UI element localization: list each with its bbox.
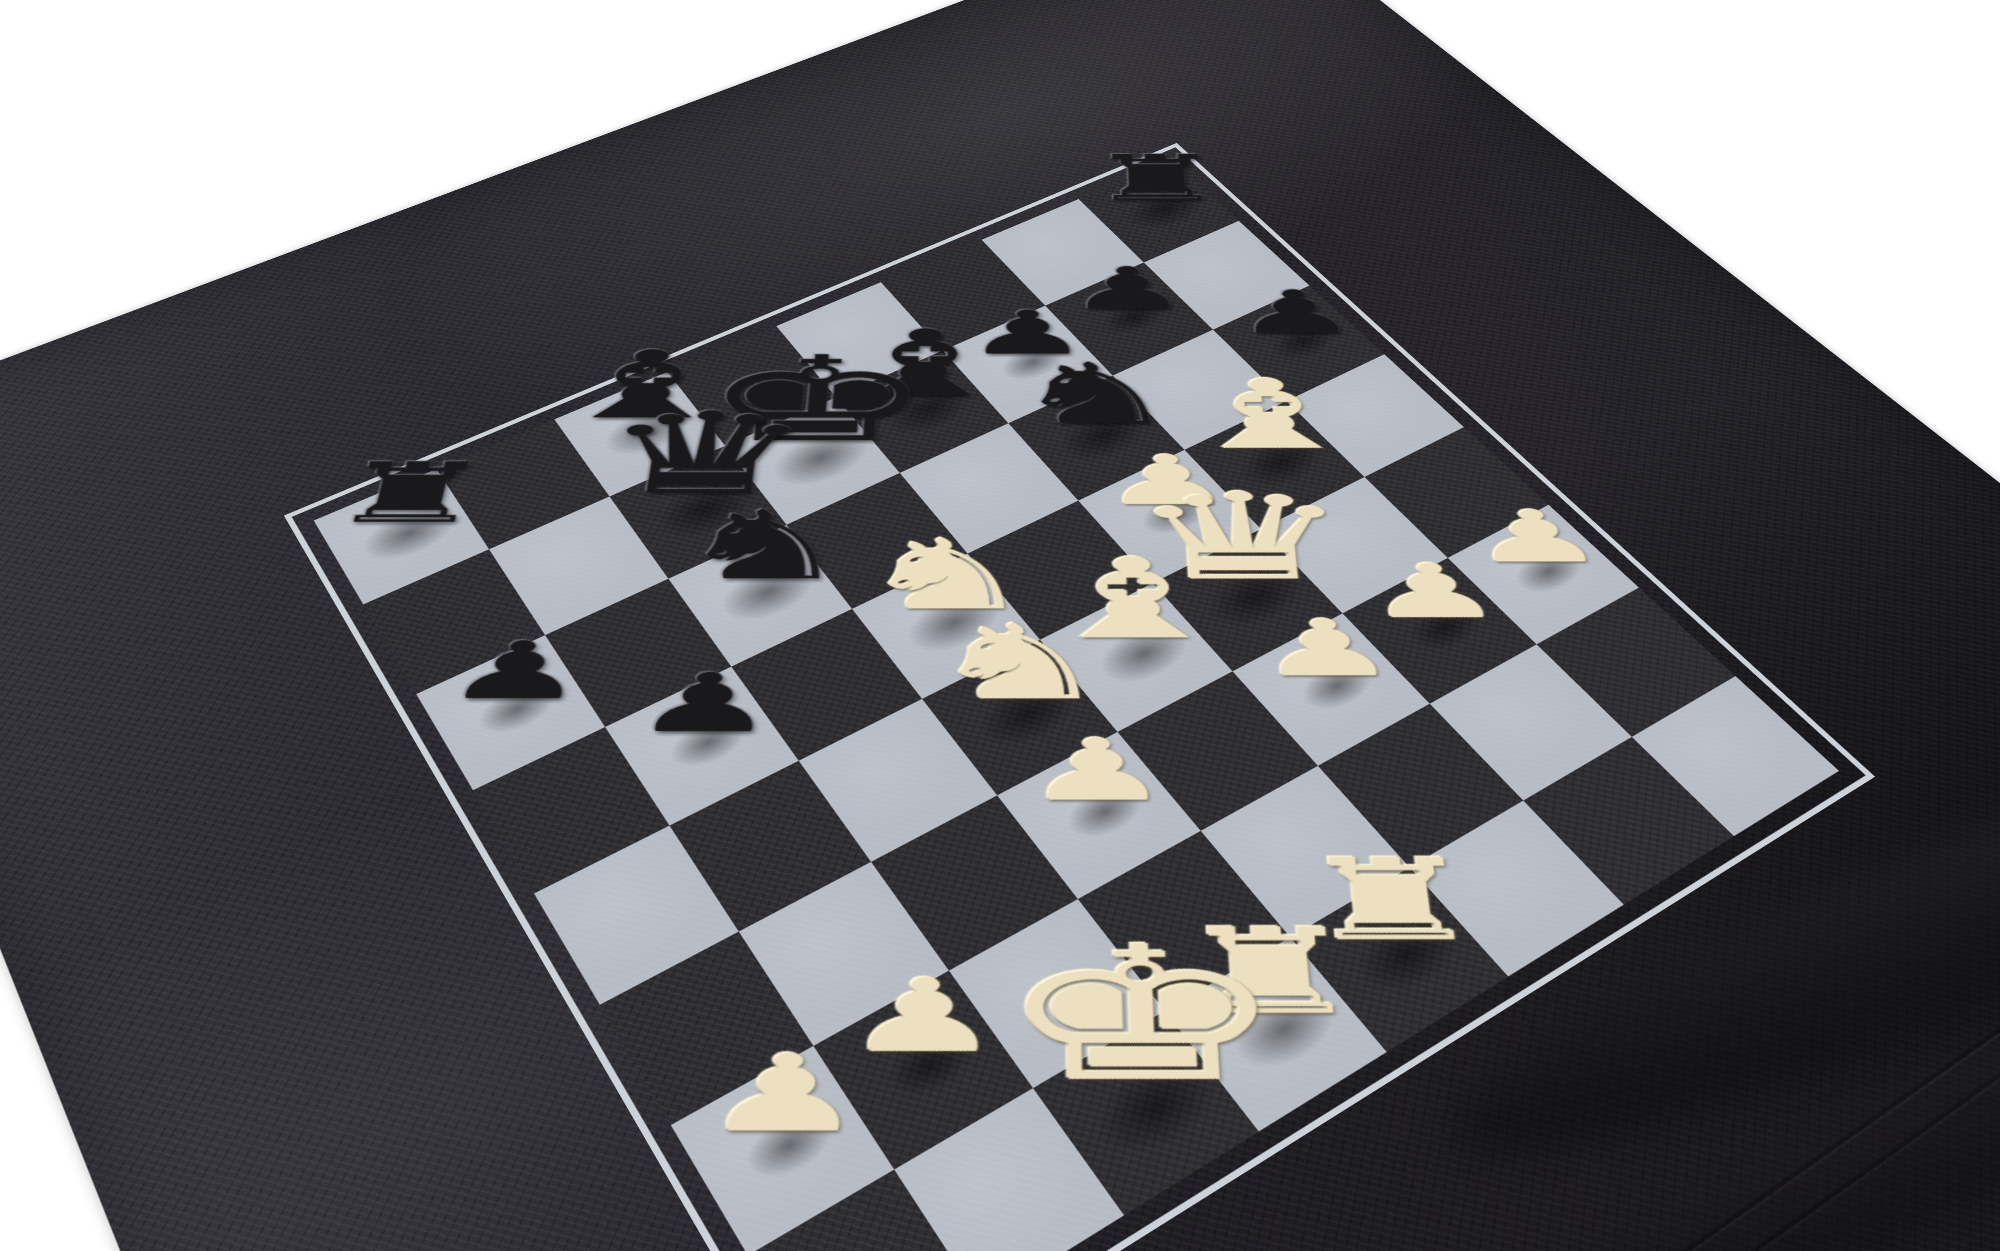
piece-white-pawn-a2: ♟: [698, 1040, 871, 1147]
piece-black-rook-a8: ♜: [320, 452, 500, 535]
scene: ♜♝♜♛♚♝♟♟♟♞♞♟♟♞♟♝♞♝♛♟♟♟♟♟♟♚♜♜: [0, 0, 2000, 1251]
piece-black-knight-c6: ♞: [669, 499, 858, 594]
piece-white-pawn-f3: ♟: [1253, 609, 1402, 687]
piece-white-king-c1: ♚: [993, 923, 1297, 1110]
piece-black-pawn-h6: ♟: [1231, 282, 1360, 341]
piece-white-pawn-d3: ♟: [1024, 728, 1173, 813]
piece-black-pawn-a6: ♟: [438, 631, 595, 710]
piece-black-knight-f6: ♞: [1011, 352, 1182, 436]
photo-backdrop: ♜♝♜♛♚♝♟♟♟♞♞♟♟♞♟♝♞♝♛♟♟♟♟♟♟♚♜♜: [0, 0, 2000, 1251]
piece-white-knight-d4: ♞: [924, 611, 1114, 715]
piece-black-pawn-b5: ♟: [628, 662, 782, 743]
piece-black-rook-h8: ♜: [1087, 147, 1229, 210]
